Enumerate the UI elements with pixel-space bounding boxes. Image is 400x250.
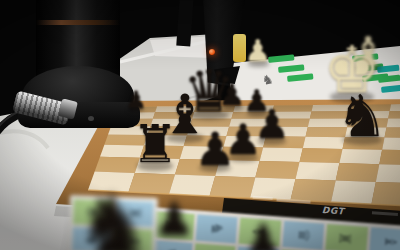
piece-shadow: [342, 135, 383, 145]
piece-shadow: [166, 133, 204, 143]
chess-robot-photo: ♞ DGT ♜♞♝♛♜♝♞♜♛♝♜♞ ♛♜♞♝ ♟♝♚♟♟♟♛♝♞♟♟♜♟♟♟♞: [0, 0, 400, 250]
piece-shadow: [248, 61, 269, 66]
black-pawn-foreground: ♟: [151, 196, 197, 242]
piece-shadow: [354, 64, 382, 71]
piece-shadow: [247, 111, 268, 116]
piece-shadow: [330, 91, 375, 103]
chess-pieces-layer: ♟♝♚♟♟♟♛♝♞♟♟♜♟♟♟♞: [0, 0, 400, 250]
piece-shadow: [258, 137, 286, 144]
black-knight-foreground: ♞: [71, 183, 157, 250]
piece-shadow: [222, 105, 243, 110]
black-pawn-foreground-right: ♟: [242, 219, 284, 250]
piece-shadow: [137, 161, 173, 170]
piece-shadow: [199, 164, 231, 172]
piece-shadow: [189, 110, 230, 120]
piece-shadow: [228, 154, 257, 162]
piece-shadow: [128, 108, 145, 112]
